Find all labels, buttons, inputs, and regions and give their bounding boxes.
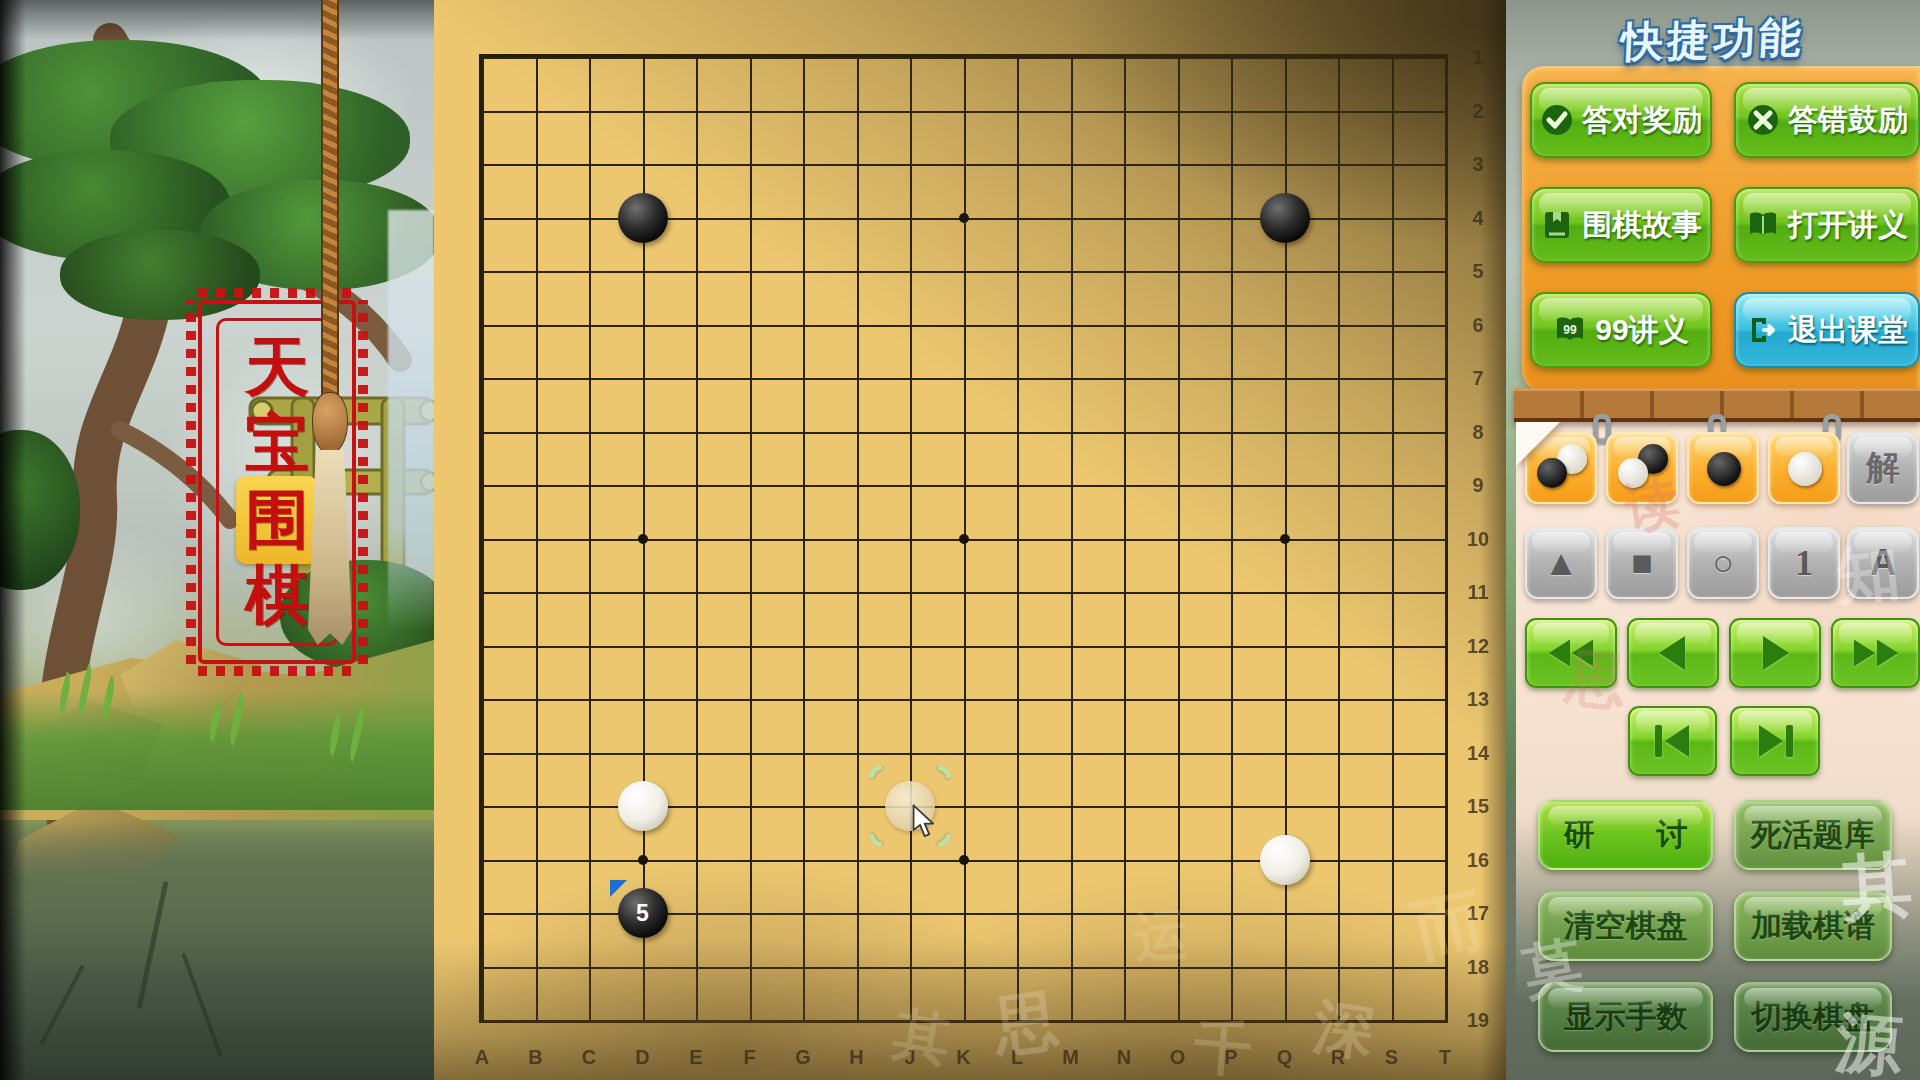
column-label-D: D <box>630 1046 656 1068</box>
column-label-A: A <box>469 1046 495 1068</box>
go-app-window: ABCDEFGHJKLMNOPQRST123456789101112131415… <box>0 0 1920 1080</box>
star-point-D16 <box>638 855 648 865</box>
to-start-icon <box>1647 722 1699 760</box>
logo-char: 天 <box>245 336 309 400</box>
clear-board-button[interactable]: 清空棋盘 <box>1538 891 1713 961</box>
row-label-9: 9 <box>1465 474 1491 496</box>
row-label-16: 16 <box>1465 849 1491 871</box>
stone-black-Q4[interactable] <box>1260 193 1310 243</box>
back-button[interactable] <box>1627 618 1719 688</box>
open-handout-button[interactable]: 打开讲义 <box>1734 187 1920 263</box>
button-label: 答对奖励 <box>1582 100 1702 141</box>
stone-black-D4[interactable] <box>618 193 668 243</box>
place-white-button[interactable] <box>1768 432 1840 504</box>
number-marker-glyph: 1 <box>1770 529 1838 597</box>
black-stone-icon <box>1707 452 1741 486</box>
row-label-19: 19 <box>1465 1009 1491 1031</box>
column-label-G: G <box>790 1046 816 1068</box>
star-point-K4 <box>959 213 969 223</box>
column-label-O: O <box>1165 1046 1191 1068</box>
stone-black-D17[interactable]: 5 <box>618 888 668 938</box>
column-label-Q: Q <box>1272 1046 1298 1068</box>
page-curl <box>1516 422 1560 466</box>
star-point-K16 <box>959 855 969 865</box>
button-label: 围棋故事 <box>1582 205 1702 246</box>
reward-wrong-button[interactable]: 答错鼓励 <box>1734 82 1920 158</box>
row-label-2: 2 <box>1465 100 1491 122</box>
back-icon <box>1647 634 1699 672</box>
letter-marker-glyph: A <box>1849 529 1917 597</box>
to-start-button[interactable] <box>1628 706 1717 776</box>
column-label-C: C <box>576 1046 602 1068</box>
hanging-rope <box>321 0 339 398</box>
handout-99-button[interactable]: 99 99讲义 <box>1530 292 1712 368</box>
mouse-cursor <box>911 804 937 838</box>
logo-char: 宝 <box>245 412 309 476</box>
column-label-T: T <box>1432 1046 1458 1068</box>
alternate-white-first-button[interactable] <box>1606 432 1678 504</box>
button-label: 退出课堂 <box>1788 310 1908 351</box>
row-label-12: 12 <box>1465 635 1491 657</box>
number-marker-button[interactable]: 1 <box>1768 527 1840 599</box>
column-label-E: E <box>683 1046 709 1068</box>
reward-correct-button[interactable]: 答对奖励 <box>1530 82 1712 158</box>
button-label: 打开讲义 <box>1788 205 1908 246</box>
row-label-18: 18 <box>1465 956 1491 978</box>
to-end-icon <box>1749 722 1801 760</box>
column-label-R: R <box>1325 1046 1351 1068</box>
row-label-5: 5 <box>1465 260 1491 282</box>
exit-classroom-button[interactable]: 退出课堂 <box>1734 292 1920 368</box>
x-circle-icon <box>1746 103 1780 137</box>
book-99-icon: 99 <box>1553 313 1587 347</box>
row-label-10: 10 <box>1465 528 1491 550</box>
go-board[interactable]: ABCDEFGHJKLMNOPQRST123456789101112131415… <box>434 0 1506 1080</box>
exit-door-icon <box>1746 313 1780 347</box>
triangle-marker-glyph: ▲ <box>1527 529 1595 597</box>
frame-meander <box>198 666 356 676</box>
frame-meander <box>186 300 196 664</box>
left-decorative-panel: 天 宝 围 棋 <box>0 0 434 1080</box>
fast-rewind-icon <box>1545 634 1597 672</box>
row-label-13: 13 <box>1465 688 1491 710</box>
column-label-H: H <box>844 1046 870 1068</box>
check-circle-icon <box>1540 103 1574 137</box>
letter-marker-button[interactable]: A <box>1847 527 1919 599</box>
waterfall-art <box>388 210 434 630</box>
logo-char-highlighted: 围 <box>245 488 309 552</box>
row-label-7: 7 <box>1465 367 1491 389</box>
column-label-F: F <box>737 1046 763 1068</box>
frame-meander <box>358 300 368 664</box>
column-label-P: P <box>1218 1046 1244 1068</box>
circle-marker-button[interactable]: ○ <box>1687 527 1759 599</box>
square-marker-button[interactable]: ■ <box>1606 527 1678 599</box>
solve-button[interactable]: 解 <box>1847 432 1919 504</box>
fast-forward-button[interactable] <box>1831 618 1920 688</box>
svg-text:99: 99 <box>1564 323 1578 337</box>
column-label-J: J <box>897 1046 923 1068</box>
row-label-1: 1 <box>1465 46 1491 68</box>
last-move-triangle-marker <box>610 880 627 897</box>
button-label: 答错鼓励 <box>1788 100 1908 141</box>
triangle-marker-button[interactable]: ▲ <box>1525 527 1597 599</box>
book-icon <box>1540 208 1574 242</box>
row-label-6: 6 <box>1465 314 1491 336</box>
place-black-button[interactable] <box>1687 432 1759 504</box>
button-label: 99讲义 <box>1595 310 1688 351</box>
column-label-B: B <box>523 1046 549 1068</box>
fast-rewind-button[interactable] <box>1525 618 1617 688</box>
fast-forward-icon <box>1850 634 1902 672</box>
switch-board-button[interactable]: 切换棋盘 <box>1734 982 1892 1052</box>
forward-icon <box>1749 634 1801 672</box>
solve-label: 解 <box>1849 434 1917 502</box>
square-marker-glyph: ■ <box>1608 529 1676 597</box>
forward-button[interactable] <box>1729 618 1821 688</box>
logo-char: 棋 <box>245 564 309 628</box>
load-game-record-button[interactable]: 加载棋谱 <box>1734 891 1892 961</box>
to-end-button[interactable] <box>1730 706 1820 776</box>
row-label-14: 14 <box>1465 742 1491 764</box>
column-label-S: S <box>1379 1046 1405 1068</box>
stone-white-Q16[interactable] <box>1260 835 1310 885</box>
row-label-3: 3 <box>1465 153 1491 175</box>
go-story-button[interactable]: 围棋故事 <box>1530 187 1712 263</box>
right-control-panel: 快捷功能 答对奖励 答错鼓励 围棋故事 打开讲义 <box>1506 0 1920 1080</box>
star-point-Q10 <box>1280 534 1290 544</box>
stone-white-D15[interactable] <box>618 781 668 831</box>
column-label-L: L <box>1004 1046 1030 1068</box>
row-label-15: 15 <box>1465 795 1491 817</box>
panel-title: 快捷功能 <box>1506 7 1920 74</box>
life-death-problems-button[interactable]: 死活题库 <box>1734 800 1892 870</box>
column-label-K: K <box>951 1046 977 1068</box>
star-point-D10 <box>638 534 648 544</box>
row-label-11: 11 <box>1465 581 1491 603</box>
show-move-numbers-button[interactable]: 显示手数 <box>1538 982 1713 1052</box>
white-stone-icon <box>1618 458 1648 488</box>
row-label-17: 17 <box>1465 902 1491 924</box>
research-button[interactable]: 研 讨 <box>1538 800 1713 870</box>
column-label-N: N <box>1111 1046 1137 1068</box>
column-label-M: M <box>1058 1046 1084 1068</box>
star-point-K10 <box>959 534 969 544</box>
white-stone-icon <box>1788 452 1822 486</box>
circle-marker-glyph: ○ <box>1689 529 1757 597</box>
tassel-knob <box>312 392 348 454</box>
open-book-icon <box>1746 208 1780 242</box>
row-label-4: 4 <box>1465 207 1491 229</box>
row-label-8: 8 <box>1465 421 1491 443</box>
